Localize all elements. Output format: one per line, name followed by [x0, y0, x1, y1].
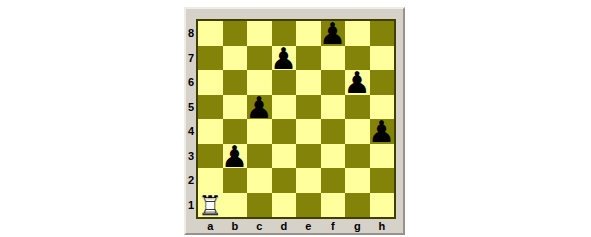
square-f8[interactable]: ♟ [321, 21, 346, 46]
square-f3[interactable] [321, 144, 346, 169]
square-e3[interactable] [296, 144, 321, 169]
rank-label-6: 6 [186, 70, 196, 95]
square-e6[interactable] [296, 70, 321, 95]
square-f5[interactable] [321, 95, 346, 120]
square-g5[interactable] [345, 95, 370, 120]
square-e8[interactable] [296, 21, 321, 46]
file-label-d: d [272, 219, 297, 233]
square-h6[interactable] [370, 70, 395, 95]
board-border: ♟♟♟♟♟♟♜♖ [196, 19, 396, 219]
square-c7[interactable] [247, 46, 272, 71]
file-label-h: h [370, 219, 395, 233]
square-d5[interactable] [272, 95, 297, 120]
square-h4[interactable]: ♟ [370, 119, 395, 144]
square-c8[interactable] [247, 21, 272, 46]
square-a7[interactable] [198, 46, 223, 71]
rank-label-8: 8 [186, 21, 196, 46]
square-h3[interactable] [370, 144, 395, 169]
white-rook[interactable]: ♜♖ [198, 193, 223, 218]
rank-label-2: 2 [186, 168, 196, 193]
square-b8[interactable] [223, 21, 248, 46]
square-b5[interactable] [223, 95, 248, 120]
file-label-b: b [223, 219, 248, 233]
file-label-f: f [321, 219, 346, 233]
square-d2[interactable] [272, 168, 297, 193]
rank-label-4: 4 [186, 119, 196, 144]
square-a4[interactable] [198, 119, 223, 144]
square-f6[interactable] [321, 70, 346, 95]
square-c1[interactable] [247, 193, 272, 218]
square-f1[interactable] [321, 193, 346, 218]
square-g2[interactable] [345, 168, 370, 193]
white-rook-outline-glyph: ♖ [198, 194, 223, 219]
file-label-a: a [198, 219, 223, 233]
file-labels: abcdefgh [198, 219, 394, 233]
square-g8[interactable] [345, 21, 370, 46]
square-d4[interactable] [272, 119, 297, 144]
square-b2[interactable] [223, 168, 248, 193]
square-g1[interactable] [345, 193, 370, 218]
square-c4[interactable] [247, 119, 272, 144]
square-g6[interactable]: ♟ [345, 70, 370, 95]
square-b7[interactable] [223, 46, 248, 71]
square-c3[interactable] [247, 144, 272, 169]
square-d1[interactable] [272, 193, 297, 218]
square-d6[interactable] [272, 70, 297, 95]
square-d3[interactable] [272, 144, 297, 169]
page: 87654321 ♟♟♟♟♟♟♜♖ abcdefgh [0, 0, 591, 237]
square-e2[interactable] [296, 168, 321, 193]
square-f7[interactable] [321, 46, 346, 71]
square-a6[interactable] [198, 70, 223, 95]
rank-label-3: 3 [186, 144, 196, 169]
rank-label-1: 1 [186, 193, 196, 218]
square-e1[interactable] [296, 193, 321, 218]
square-h2[interactable] [370, 168, 395, 193]
square-h1[interactable] [370, 193, 395, 218]
file-label-c: c [247, 219, 272, 233]
file-label-g: g [345, 219, 370, 233]
square-a8[interactable] [198, 21, 223, 46]
square-g3[interactable] [345, 144, 370, 169]
square-a3[interactable] [198, 144, 223, 169]
square-a5[interactable] [198, 95, 223, 120]
square-e7[interactable] [296, 46, 321, 71]
board: ♟♟♟♟♟♟♜♖ [198, 21, 394, 217]
square-h7[interactable] [370, 46, 395, 71]
rank-labels: 87654321 [186, 21, 196, 217]
square-e4[interactable] [296, 119, 321, 144]
square-b1[interactable] [223, 193, 248, 218]
rank-label-7: 7 [186, 46, 196, 71]
rank-label-5: 5 [186, 95, 196, 120]
square-a1[interactable]: ♜♖ [198, 193, 223, 218]
square-f2[interactable] [321, 168, 346, 193]
square-a2[interactable] [198, 168, 223, 193]
square-h8[interactable] [370, 21, 395, 46]
square-g4[interactable] [345, 119, 370, 144]
square-c5[interactable]: ♟ [247, 95, 272, 120]
square-b6[interactable] [223, 70, 248, 95]
square-f4[interactable] [321, 119, 346, 144]
square-d7[interactable]: ♟ [272, 46, 297, 71]
board-frame: 87654321 ♟♟♟♟♟♟♜♖ abcdefgh [184, 7, 405, 235]
square-c2[interactable] [247, 168, 272, 193]
square-e5[interactable] [296, 95, 321, 120]
square-b3[interactable]: ♟ [223, 144, 248, 169]
file-label-e: e [296, 219, 321, 233]
